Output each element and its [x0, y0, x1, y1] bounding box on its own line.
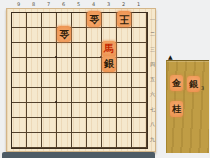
- board-cell[interactable]: [102, 133, 117, 148]
- board-cell[interactable]: [72, 73, 87, 88]
- board-cell[interactable]: [87, 58, 102, 73]
- board-cell[interactable]: [72, 58, 87, 73]
- board-cell[interactable]: [72, 28, 87, 43]
- board-cell[interactable]: [27, 43, 42, 58]
- board-cell[interactable]: [42, 133, 57, 148]
- board-cell[interactable]: [27, 73, 42, 88]
- board-piece-sente-34[interactable]: 銀: [102, 56, 116, 72]
- board-cell[interactable]: [117, 73, 132, 88]
- board-piece-gote-41[interactable]: 金: [87, 11, 101, 27]
- board-cell[interactable]: [117, 88, 132, 103]
- board-cell[interactable]: [42, 58, 57, 73]
- board-cell[interactable]: [87, 133, 102, 148]
- board-cell[interactable]: [42, 13, 57, 28]
- hoshi-dot: [55, 101, 57, 103]
- rank-label: 八: [148, 117, 157, 132]
- board-cell[interactable]: [72, 43, 87, 58]
- board-cell[interactable]: [72, 118, 87, 133]
- board-cell[interactable]: [27, 103, 42, 118]
- rank-label: 一: [148, 12, 157, 27]
- board-cell[interactable]: [132, 118, 147, 133]
- rank-label: 三: [148, 42, 157, 57]
- board-cell[interactable]: [57, 118, 72, 133]
- file-label: 7: [41, 0, 56, 8]
- board-cell[interactable]: [117, 133, 132, 148]
- board-cell[interactable]: [57, 133, 72, 148]
- board-grid: [11, 12, 148, 149]
- board-cell[interactable]: [102, 103, 117, 118]
- board-cell[interactable]: [12, 133, 27, 148]
- board-cell[interactable]: [102, 88, 117, 103]
- board-cell[interactable]: [132, 103, 147, 118]
- board-cell[interactable]: [12, 13, 27, 28]
- board-cell[interactable]: [72, 88, 87, 103]
- toolbar-top-edge: [2, 152, 155, 158]
- hand-piece-2[interactable]: 桂: [170, 101, 183, 117]
- board-cell[interactable]: [87, 73, 102, 88]
- board-cell[interactable]: [27, 28, 42, 43]
- board-cell[interactable]: [72, 13, 87, 28]
- board-cell[interactable]: [12, 28, 27, 43]
- board-cell[interactable]: [12, 58, 27, 73]
- file-label: 2: [116, 0, 131, 8]
- board-cell[interactable]: [117, 118, 132, 133]
- board-cell[interactable]: [102, 73, 117, 88]
- board-cell[interactable]: [132, 13, 147, 28]
- board-cell[interactable]: [132, 133, 147, 148]
- file-label: 4: [86, 0, 101, 8]
- file-label: 8: [26, 0, 41, 8]
- board-cell[interactable]: [27, 58, 42, 73]
- board-cell[interactable]: [27, 133, 42, 148]
- board-cell[interactable]: [102, 13, 117, 28]
- board-piece-sente-33[interactable]: 馬: [102, 41, 116, 57]
- board-cell[interactable]: [12, 43, 27, 58]
- board-piece-gote-62[interactable]: 金: [57, 26, 71, 42]
- board-piece-gote-21[interactable]: 王: [117, 11, 131, 27]
- rank-label: 五: [148, 72, 157, 87]
- hoshi-dot: [100, 101, 102, 103]
- board-cell[interactable]: [132, 43, 147, 58]
- board-cell[interactable]: [12, 103, 27, 118]
- board-cell[interactable]: [27, 118, 42, 133]
- board-cell[interactable]: [117, 43, 132, 58]
- rank-label: 四: [148, 57, 157, 72]
- board-cell[interactable]: [57, 58, 72, 73]
- shogi-board: 金王金馬銀: [6, 8, 156, 152]
- sente-to-move-icon: ▲: [168, 53, 173, 60]
- hand-piece-count: 3: [201, 85, 204, 91]
- board-cell[interactable]: [87, 118, 102, 133]
- board-cell[interactable]: [27, 13, 42, 28]
- komadai-hand-tray: 金銀3桂: [166, 60, 209, 153]
- hand-piece-0[interactable]: 金: [170, 75, 183, 91]
- board-cell[interactable]: [102, 118, 117, 133]
- file-label: 1: [131, 0, 146, 8]
- board-cell[interactable]: [117, 28, 132, 43]
- file-label: 9: [11, 0, 26, 8]
- hoshi-dot: [55, 56, 57, 58]
- board-cell[interactable]: [117, 58, 132, 73]
- board-cell[interactable]: [27, 88, 42, 103]
- board-cell[interactable]: [57, 43, 72, 58]
- board-cell[interactable]: [132, 73, 147, 88]
- file-label: 5: [71, 0, 86, 8]
- page: 金王金馬銀 987654321 一二三四五六七八九 ▲ 金銀3桂: [0, 0, 210, 158]
- board-cell[interactable]: [72, 103, 87, 118]
- rank-label: 七: [148, 102, 157, 117]
- board-cell[interactable]: [132, 28, 147, 43]
- board-cell[interactable]: [12, 73, 27, 88]
- board-cell[interactable]: [42, 28, 57, 43]
- file-label: 6: [56, 0, 71, 8]
- rank-label: 九: [148, 132, 157, 147]
- board-cell[interactable]: [57, 73, 72, 88]
- board-cell[interactable]: [42, 73, 57, 88]
- board-cell[interactable]: [12, 88, 27, 103]
- hand-piece-1[interactable]: 銀: [187, 76, 200, 92]
- board-cell[interactable]: [132, 58, 147, 73]
- board-cell[interactable]: [57, 103, 72, 118]
- board-cell[interactable]: [12, 118, 27, 133]
- board-cell[interactable]: [87, 28, 102, 43]
- rank-label: 六: [148, 87, 157, 102]
- file-label: 3: [101, 0, 116, 8]
- rank-label: 二: [148, 27, 157, 42]
- board-cell[interactable]: [72, 133, 87, 148]
- board-cell[interactable]: [57, 88, 72, 103]
- board-cell[interactable]: [132, 88, 147, 103]
- board-cell[interactable]: [87, 103, 102, 118]
- board-cell[interactable]: [42, 118, 57, 133]
- board-cell[interactable]: [117, 103, 132, 118]
- board-cell[interactable]: [42, 103, 57, 118]
